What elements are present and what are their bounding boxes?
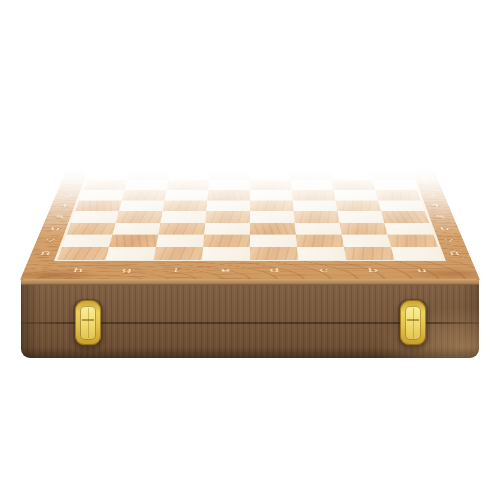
board-edge-lip [21, 279, 479, 285]
product-photo-scene: hgfedcba hgfedcba 12345678 12345678 [0, 0, 500, 500]
left-latch [73, 299, 103, 347]
right-latch-rim [400, 300, 426, 345]
left-latch-plate [80, 306, 96, 340]
right-latch [398, 299, 428, 347]
right-latch-plate [405, 306, 421, 340]
left-latch-center-ridge [88, 308, 89, 338]
board-top-perspective: hgfedcba hgfedcba 12345678 12345678 [20, 158, 480, 280]
overexposure-washout [17, 157, 484, 281]
left-latch-rim [75, 300, 101, 345]
right-latch-center-ridge [413, 308, 414, 338]
board-border-frame: hgfedcba hgfedcba 12345678 12345678 [20, 158, 480, 280]
box-front-panel [21, 279, 479, 358]
